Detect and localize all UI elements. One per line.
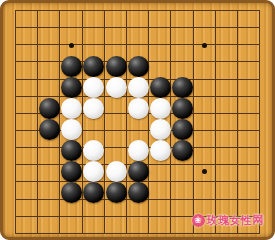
black-stone[interactable] xyxy=(61,161,82,182)
white-stone[interactable] xyxy=(128,140,149,161)
black-stone[interactable] xyxy=(83,56,104,77)
white-stone[interactable] xyxy=(83,140,104,161)
go-board[interactable]: ❀ 玫瑰女性网 xyxy=(0,0,275,240)
black-stone[interactable] xyxy=(150,77,171,98)
black-stone[interactable] xyxy=(128,161,149,182)
white-stone[interactable] xyxy=(106,77,127,98)
black-stone[interactable] xyxy=(61,140,82,161)
watermark-text: 玫瑰女性网 xyxy=(207,213,265,228)
black-stone[interactable] xyxy=(106,56,127,77)
white-stone[interactable] xyxy=(150,119,171,140)
white-stone[interactable] xyxy=(128,98,149,119)
white-stone[interactable] xyxy=(61,98,82,119)
hoshi-point xyxy=(202,43,207,48)
white-stone[interactable] xyxy=(83,98,104,119)
black-stone[interactable] xyxy=(39,119,60,140)
black-stone[interactable] xyxy=(172,98,193,119)
white-stone[interactable] xyxy=(150,140,171,161)
black-stone[interactable] xyxy=(61,182,82,203)
stones-layer xyxy=(3,3,275,240)
hoshi-point xyxy=(202,169,207,174)
black-stone[interactable] xyxy=(128,56,149,77)
black-stone[interactable] xyxy=(128,182,149,203)
black-stone[interactable] xyxy=(61,77,82,98)
white-stone[interactable] xyxy=(83,77,104,98)
white-stone[interactable] xyxy=(83,161,104,182)
white-stone[interactable] xyxy=(106,161,127,182)
black-stone[interactable] xyxy=(172,77,193,98)
black-stone[interactable] xyxy=(106,182,127,203)
rose-icon: ❀ xyxy=(192,214,205,227)
watermark: ❀ 玫瑰女性网 xyxy=(192,213,265,228)
black-stone[interactable] xyxy=(172,140,193,161)
black-stone[interactable] xyxy=(39,98,60,119)
black-stone[interactable] xyxy=(83,182,104,203)
go-puzzle-image: ❀ 玫瑰女性网 xyxy=(0,0,275,240)
black-stone[interactable] xyxy=(172,119,193,140)
white-stone[interactable] xyxy=(150,98,171,119)
white-stone[interactable] xyxy=(128,77,149,98)
hoshi-point xyxy=(69,43,74,48)
black-stone[interactable] xyxy=(61,56,82,77)
white-stone[interactable] xyxy=(61,119,82,140)
